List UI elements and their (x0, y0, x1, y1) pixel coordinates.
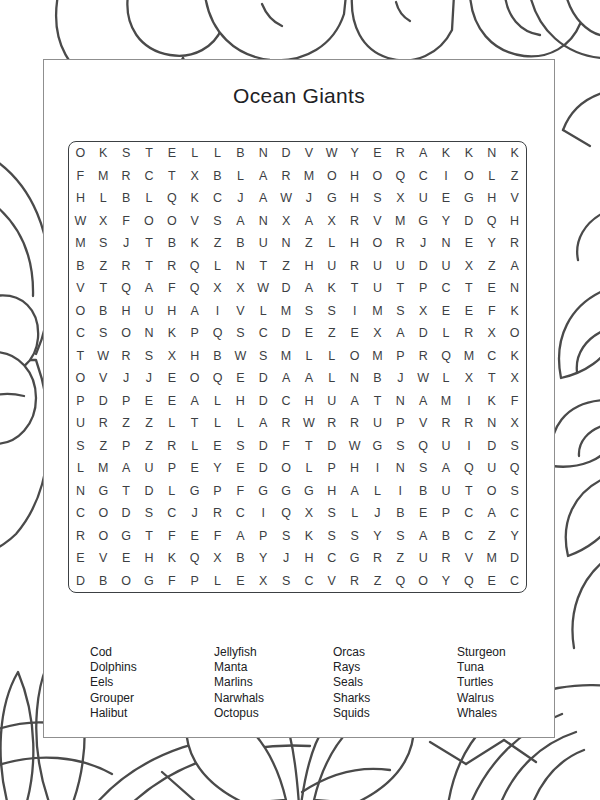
grid-cell: D (115, 502, 138, 525)
grid-cell: W (92, 345, 115, 368)
grid-cell: S (229, 435, 252, 458)
grid-cell: G (115, 525, 138, 548)
grid-cell: M (435, 390, 458, 413)
grid-cell: M (69, 232, 92, 255)
grid-cell: W (275, 187, 298, 210)
grid-cell: Z (92, 435, 115, 458)
grid-cell: W (412, 367, 435, 390)
grid-cell: Z (275, 255, 298, 278)
grid-cell: M (92, 457, 115, 480)
grid-cell: A (343, 480, 366, 503)
grid-cell: E (138, 390, 161, 413)
grid-cell: A (412, 142, 435, 165)
grid-cell: V (298, 142, 321, 165)
grid-cell: I (457, 390, 480, 413)
grid-cell: I (366, 457, 389, 480)
grid-cell: L (206, 412, 229, 435)
grid-cell: F (229, 480, 252, 503)
grid-cell: A (503, 255, 526, 278)
grid-cell: D (252, 435, 275, 458)
grid-cell: E (480, 277, 503, 300)
grid-cell: J (115, 232, 138, 255)
grid-cell: O (115, 570, 138, 593)
grid-cell: P (206, 480, 229, 503)
grid-cell: I (389, 480, 412, 503)
grid-cell: S (252, 345, 275, 368)
grid-cell: I (457, 435, 480, 458)
grid-cell: T (115, 480, 138, 503)
grid-cell: L (183, 142, 206, 165)
grid-cell: S (138, 502, 161, 525)
grid-cell: F (480, 300, 503, 323)
grid-cell: C (138, 165, 161, 188)
grid-cell: G (457, 187, 480, 210)
grid-cell: T (138, 142, 161, 165)
grid-cell: N (229, 255, 252, 278)
grid-cell: E (69, 547, 92, 570)
grid-cell: L (206, 390, 229, 413)
grid-cell: M (366, 300, 389, 323)
word-list-item: Halibut (90, 706, 137, 721)
grid-cell: C (412, 165, 435, 188)
grid-cell: I (206, 300, 229, 323)
grid-cell: E (229, 367, 252, 390)
grid-cell: H (160, 300, 183, 323)
grid-cell: Z (298, 232, 321, 255)
grid-cell: L (160, 412, 183, 435)
word-list-item: Orcas (333, 645, 370, 660)
grid-cell: G (275, 480, 298, 503)
word-list-item: Cod (90, 645, 137, 660)
grid-cell: R (206, 502, 229, 525)
grid-cell: S (412, 457, 435, 480)
grid-cell: S (320, 525, 343, 548)
grid-cell: W (320, 142, 343, 165)
word-list-item: Tuna (457, 660, 506, 675)
grid-cell: S (343, 525, 366, 548)
grid-cell: D (138, 480, 161, 503)
grid-cell: O (366, 232, 389, 255)
grid-cell: B (92, 300, 115, 323)
grid-cell: O (320, 165, 343, 188)
grid-cell: D (480, 435, 503, 458)
grid-cell: R (389, 142, 412, 165)
grid-cell: G (320, 187, 343, 210)
grid-cell: X (206, 547, 229, 570)
grid-cell: X (92, 210, 115, 233)
grid-cell: B (366, 367, 389, 390)
grid-cell: Z (503, 165, 526, 188)
grid-cell: E (229, 570, 252, 593)
grid-cell: Y (366, 525, 389, 548)
grid-cell: R (115, 165, 138, 188)
grid-cell: A (435, 457, 458, 480)
word-list-column-1: CodDolphinsEelsGrouperHalibut (90, 645, 137, 721)
grid-cell: X (183, 165, 206, 188)
grid-cell: S (69, 435, 92, 458)
grid-cell: S (298, 300, 321, 323)
grid-cell: E (343, 322, 366, 345)
grid-cell: A (183, 300, 206, 323)
grid-cell: Z (206, 232, 229, 255)
grid-cell: U (366, 412, 389, 435)
grid-cell: H (115, 300, 138, 323)
grid-cell: Y (435, 570, 458, 593)
grid-cell: F (160, 525, 183, 548)
grid-cell: X (160, 345, 183, 368)
grid-cell: S (389, 525, 412, 548)
grid-cell: T (160, 165, 183, 188)
grid-cell: E (183, 525, 206, 548)
grid-cell: B (229, 142, 252, 165)
grid-cell: O (480, 480, 503, 503)
grid-cell: Z (138, 412, 161, 435)
word-list-item: Sturgeon (457, 645, 506, 660)
grid-cell: U (138, 457, 161, 480)
grid-cell: X (320, 210, 343, 233)
grid-cell: S (206, 210, 229, 233)
grid-cell: S (115, 142, 138, 165)
grid-cell: L (320, 345, 343, 368)
grid-cell: P (412, 277, 435, 300)
grid-cell: T (457, 480, 480, 503)
grid-cell: J (183, 502, 206, 525)
grid-cell: R (275, 165, 298, 188)
grid-cell: D (69, 570, 92, 593)
grid-cell: X (412, 300, 435, 323)
grid-cell: T (69, 345, 92, 368)
grid-cell: U (366, 255, 389, 278)
grid-cell: X (229, 277, 252, 300)
grid-cell: A (298, 367, 321, 390)
grid-cell: N (69, 480, 92, 503)
grid-cell: Q (435, 345, 458, 368)
grid-cell: D (275, 277, 298, 300)
grid-cell: L (138, 187, 161, 210)
grid-cell: E (183, 457, 206, 480)
grid-cell: Z (480, 525, 503, 548)
grid-cell: C (435, 277, 458, 300)
grid-cell: O (183, 367, 206, 390)
grid-cell: E (435, 300, 458, 323)
grid-cell: V (457, 547, 480, 570)
grid-cell: R (320, 412, 343, 435)
grid-cell: A (138, 277, 161, 300)
grid-cell: D (275, 142, 298, 165)
grid-cell: V (366, 210, 389, 233)
word-search-grid: OKSTELLBNDVWYERAKKNKFMRCTXBLARMOHOQCIOLZ… (68, 141, 527, 593)
grid-cell: P (252, 525, 275, 548)
grid-cell: K (92, 142, 115, 165)
grid-cell: R (160, 435, 183, 458)
grid-cell: K (160, 322, 183, 345)
grid-cell: I (252, 502, 275, 525)
grid-cell: E (412, 502, 435, 525)
grid-cell: T (138, 255, 161, 278)
grid-cell: S (366, 187, 389, 210)
grid-cell: X (298, 502, 321, 525)
grid-cell: D (252, 390, 275, 413)
grid-cell: C (206, 187, 229, 210)
grid-cell: J (229, 187, 252, 210)
grid-cell: P (183, 322, 206, 345)
grid-cell: T (480, 367, 503, 390)
grid-cell: T (457, 277, 480, 300)
grid-cell: Z (115, 412, 138, 435)
grid-cell: S (389, 435, 412, 458)
grid-cell: X (503, 412, 526, 435)
grid-cell: T (389, 277, 412, 300)
grid-cell: E (160, 142, 183, 165)
grid-cell: W (229, 345, 252, 368)
grid-cell: Q (480, 210, 503, 233)
grid-cell: K (480, 390, 503, 413)
grid-cell: Y (480, 232, 503, 255)
grid-cell: C (229, 502, 252, 525)
puzzle-card: Ocean Giants OKSTELLBNDVWYERAKKNKFMRCTXB… (43, 59, 555, 738)
grid-cell: O (160, 210, 183, 233)
grid-cell: T (298, 435, 321, 458)
grid-cell: Z (138, 435, 161, 458)
grid-cell: H (503, 210, 526, 233)
grid-cell: D (252, 457, 275, 480)
grid-cell: A (389, 322, 412, 345)
grid-cell: P (320, 457, 343, 480)
grid-cell: U (366, 277, 389, 300)
grid-cell: K (160, 547, 183, 570)
grid-cell: B (69, 255, 92, 278)
grid-cell: U (412, 547, 435, 570)
grid-cell: U (320, 390, 343, 413)
grid-cell: D (252, 367, 275, 390)
grid-cell: Q (457, 570, 480, 593)
grid-cell: N (343, 367, 366, 390)
grid-cell: M (92, 165, 115, 188)
grid-cell: N (252, 210, 275, 233)
grid-cell: U (320, 255, 343, 278)
grid-cell: S (389, 300, 412, 323)
grid-cell: K (435, 142, 458, 165)
grid-cell: L (160, 480, 183, 503)
grid-cell: V (229, 300, 252, 323)
grid-cell: X (206, 277, 229, 300)
grid-cell: G (298, 480, 321, 503)
grid-cell: H (343, 232, 366, 255)
grid-cell: R (457, 412, 480, 435)
grid-cell: V (69, 277, 92, 300)
grid-cell: R (503, 232, 526, 255)
word-list-column-3: OrcasRaysSealsSharksSquids (333, 645, 370, 721)
grid-cell: Y (252, 547, 275, 570)
grid-cell: L (320, 232, 343, 255)
grid-cell: D (412, 322, 435, 345)
grid-cell: B (115, 187, 138, 210)
grid-cell: G (138, 570, 161, 593)
grid-cell: L (206, 255, 229, 278)
grid-cell: N (435, 232, 458, 255)
grid-cell: L (69, 457, 92, 480)
grid-cell: X (503, 367, 526, 390)
grid-cell: K (298, 525, 321, 548)
grid-cell: R (115, 345, 138, 368)
grid-cell: H (343, 165, 366, 188)
grid-cell: C (480, 345, 503, 368)
grid-cell: T (252, 255, 275, 278)
grid-cell: R (69, 525, 92, 548)
grid-cell: D (92, 390, 115, 413)
grid-cell: L (183, 435, 206, 458)
grid-cell: R (457, 322, 480, 345)
grid-cell: S (92, 322, 115, 345)
word-list-item: Grouper (90, 691, 137, 706)
grid-cell: G (252, 480, 275, 503)
grid-cell: C (298, 570, 321, 593)
grid-cell: Q (206, 367, 229, 390)
grid-cell: R (343, 255, 366, 278)
grid-cell: B (435, 525, 458, 548)
grid-cell: L (320, 367, 343, 390)
grid-cell: P (435, 502, 458, 525)
grid-cell: S (320, 300, 343, 323)
grid-cell: C (503, 502, 526, 525)
grid-cell: O (92, 525, 115, 548)
grid-cell: U (480, 457, 503, 480)
grid-cell: Q (183, 547, 206, 570)
grid-cell: A (183, 390, 206, 413)
grid-cell: O (366, 165, 389, 188)
grid-cell: R (343, 210, 366, 233)
grid-cell: R (435, 412, 458, 435)
grid-cell: R (343, 570, 366, 593)
grid-cell: A (412, 390, 435, 413)
grid-cell: A (252, 412, 275, 435)
grid-cell: S (275, 570, 298, 593)
grid-cell: T (92, 277, 115, 300)
grid-cell: T (343, 277, 366, 300)
word-list-item: Seals (333, 675, 370, 690)
puzzle-title: Ocean Giants (44, 84, 554, 108)
grid-cell: Q (183, 277, 206, 300)
grid-cell: L (366, 480, 389, 503)
word-list-item: Jellyfish (214, 645, 264, 660)
grid-cell: M (298, 165, 321, 188)
grid-cell: L (435, 367, 458, 390)
grid-cell: Z (366, 570, 389, 593)
grid-cell: U (69, 412, 92, 435)
grid-cell: J (389, 367, 412, 390)
grid-cell: X (275, 210, 298, 233)
grid-cell: B (206, 165, 229, 188)
grid-cell: R (412, 345, 435, 368)
word-list-item: Marlins (214, 675, 264, 690)
grid-cell: N (138, 322, 161, 345)
grid-cell: Q (160, 187, 183, 210)
grid-cell: A (343, 390, 366, 413)
grid-cell: L (298, 345, 321, 368)
grid-cell: H (183, 345, 206, 368)
grid-cell: A (229, 525, 252, 548)
grid-cell: L (206, 142, 229, 165)
grid-cell: T (138, 525, 161, 548)
grid-cell: A (480, 502, 503, 525)
grid-cell: J (298, 187, 321, 210)
grid-cell: C (320, 547, 343, 570)
grid-cell: C (69, 502, 92, 525)
word-list-item: Sharks (333, 691, 370, 706)
grid-cell: M (275, 300, 298, 323)
grid-cell: W (298, 412, 321, 435)
grid-cell: R (389, 232, 412, 255)
grid-cell: L (206, 570, 229, 593)
grid-cell: A (275, 367, 298, 390)
grid-cell: Q (457, 457, 480, 480)
grid-cell: E (480, 570, 503, 593)
grid-cell: K (320, 277, 343, 300)
grid-cell: K (183, 232, 206, 255)
grid-cell: X (480, 322, 503, 345)
grid-cell: E (206, 435, 229, 458)
grid-cell: G (412, 210, 435, 233)
grid-cell: Z (389, 547, 412, 570)
grid-cell: W (252, 277, 275, 300)
grid-cell: T (183, 412, 206, 435)
grid-cell: Y (206, 457, 229, 480)
grid-cell: B (206, 345, 229, 368)
grid-cell: E (366, 142, 389, 165)
grid-cell: N (480, 412, 503, 435)
grid-cell: T (366, 390, 389, 413)
grid-cell: A (115, 457, 138, 480)
grid-cell: K (503, 345, 526, 368)
grid-cell: U (435, 255, 458, 278)
grid-cell: L (92, 187, 115, 210)
grid-cell: Q (503, 457, 526, 480)
grid-cell: Z (92, 255, 115, 278)
grid-cell: Y (435, 210, 458, 233)
grid-cell: V (183, 210, 206, 233)
grid-cell: U (389, 255, 412, 278)
word-list-item: Squids (333, 706, 370, 721)
grid-cell: F (206, 525, 229, 548)
grid-cell: H (229, 390, 252, 413)
grid-cell: O (92, 502, 115, 525)
grid-cell: S (229, 322, 252, 345)
grid-cell: U (435, 435, 458, 458)
grid-cell: L (252, 300, 275, 323)
grid-cell: Z (320, 322, 343, 345)
grid-cell: S (138, 345, 161, 368)
grid-cell: M (480, 547, 503, 570)
grid-cell: C (160, 502, 183, 525)
grid-cell: H (480, 187, 503, 210)
grid-cell: W (343, 435, 366, 458)
grid-cell: Q (389, 165, 412, 188)
grid-cell: H (69, 187, 92, 210)
grid-cell: R (160, 255, 183, 278)
grid-cell: Q (412, 435, 435, 458)
grid-cell: X (457, 367, 480, 390)
grid-cell: V (503, 187, 526, 210)
grid-cell: A (412, 525, 435, 548)
grid-cell: K (457, 142, 480, 165)
grid-cell: Q (275, 502, 298, 525)
word-list-item: Rays (333, 660, 370, 675)
grid-cell: O (138, 210, 161, 233)
grid-cell: M (275, 345, 298, 368)
grid-cell: O (69, 367, 92, 390)
grid-cell: D (503, 547, 526, 570)
grid-cell: R (366, 547, 389, 570)
